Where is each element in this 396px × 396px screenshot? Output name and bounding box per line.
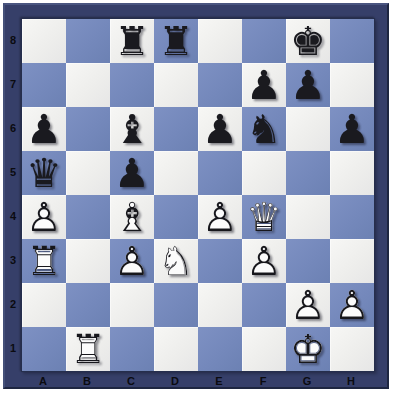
square-b3[interactable] — [66, 239, 110, 283]
square-d2[interactable] — [154, 283, 198, 327]
board-frame: 87654321 ♜♜♚♟♟♟♝♟♞♟♛♟♟♙♝♗♟♙♛♕♜♖♟♙♞♘♟♙♟♙♟… — [3, 3, 389, 389]
square-g7[interactable]: ♟ — [286, 63, 330, 107]
square-c3[interactable]: ♟♙ — [110, 239, 154, 283]
square-e2[interactable] — [198, 283, 242, 327]
chess-diagram: 87654321 ♜♜♚♟♟♟♝♟♞♟♛♟♟♙♝♗♟♙♛♕♜♖♟♙♞♘♟♙♟♙♟… — [0, 0, 396, 396]
square-a5[interactable]: ♛ — [22, 151, 66, 195]
piece-black-pawn-h6[interactable]: ♟ — [330, 107, 374, 151]
square-h3[interactable] — [330, 239, 374, 283]
square-g8[interactable]: ♚ — [286, 19, 330, 63]
piece-black-queen-a5[interactable]: ♛ — [22, 151, 66, 195]
square-b8[interactable] — [66, 19, 110, 63]
square-h7[interactable] — [330, 63, 374, 107]
piece-black-king-g8[interactable]: ♚ — [286, 19, 330, 63]
square-f7[interactable]: ♟ — [242, 63, 286, 107]
rank-label-3: 3 — [5, 238, 21, 282]
square-c2[interactable] — [110, 283, 154, 327]
rank-label-1: 1 — [5, 326, 21, 370]
square-e1[interactable] — [198, 327, 242, 371]
square-d5[interactable] — [154, 151, 198, 195]
piece-black-rook-d8[interactable]: ♜ — [154, 19, 198, 63]
square-c6[interactable]: ♝ — [110, 107, 154, 151]
piece-black-knight-f6[interactable]: ♞ — [242, 107, 286, 151]
square-a6[interactable]: ♟ — [22, 107, 66, 151]
piece-black-pawn-f7[interactable]: ♟ — [242, 63, 286, 107]
square-d6[interactable] — [154, 107, 198, 151]
piece-white-pawn-e4[interactable]: ♟♙ — [198, 195, 242, 239]
square-e6[interactable]: ♟ — [198, 107, 242, 151]
piece-black-pawn-a6[interactable]: ♟ — [22, 107, 66, 151]
piece-black-pawn-g7[interactable]: ♟ — [286, 63, 330, 107]
file-label-a: A — [21, 372, 65, 389]
square-g2[interactable]: ♟♙ — [286, 283, 330, 327]
piece-white-rook-a3[interactable]: ♜♖ — [22, 239, 66, 283]
square-a3[interactable]: ♜♖ — [22, 239, 66, 283]
square-f4[interactable]: ♛♕ — [242, 195, 286, 239]
square-c8[interactable]: ♜ — [110, 19, 154, 63]
square-e4[interactable]: ♟♙ — [198, 195, 242, 239]
square-e8[interactable] — [198, 19, 242, 63]
piece-white-pawn-f3[interactable]: ♟♙ — [242, 239, 286, 283]
square-h4[interactable] — [330, 195, 374, 239]
file-labels: ABCDEFGH — [21, 372, 373, 389]
square-g4[interactable] — [286, 195, 330, 239]
square-d1[interactable] — [154, 327, 198, 371]
square-b4[interactable] — [66, 195, 110, 239]
piece-white-king-g1[interactable]: ♚♔ — [286, 327, 330, 371]
piece-black-pawn-e6[interactable]: ♟ — [198, 107, 242, 151]
square-f6[interactable]: ♞ — [242, 107, 286, 151]
square-b7[interactable] — [66, 63, 110, 107]
square-c7[interactable] — [110, 63, 154, 107]
file-label-e: E — [197, 372, 241, 389]
square-c1[interactable] — [110, 327, 154, 371]
square-e3[interactable] — [198, 239, 242, 283]
file-label-c: C — [109, 372, 153, 389]
square-e7[interactable] — [198, 63, 242, 107]
square-h2[interactable]: ♟♙ — [330, 283, 374, 327]
chess-board: ♜♜♚♟♟♟♝♟♞♟♛♟♟♙♝♗♟♙♛♕♜♖♟♙♞♘♟♙♟♙♟♙♜♖♚♔ — [21, 18, 375, 372]
square-g5[interactable] — [286, 151, 330, 195]
square-b6[interactable] — [66, 107, 110, 151]
square-h6[interactable]: ♟ — [330, 107, 374, 151]
square-f2[interactable] — [242, 283, 286, 327]
square-e5[interactable] — [198, 151, 242, 195]
file-label-d: D — [153, 372, 197, 389]
square-c4[interactable]: ♝♗ — [110, 195, 154, 239]
piece-black-pawn-c5[interactable]: ♟ — [110, 151, 154, 195]
square-h1[interactable] — [330, 327, 374, 371]
piece-white-pawn-a4[interactable]: ♟♙ — [22, 195, 66, 239]
square-d8[interactable]: ♜ — [154, 19, 198, 63]
rank-label-6: 6 — [5, 106, 21, 150]
file-label-b: B — [65, 372, 109, 389]
square-f1[interactable] — [242, 327, 286, 371]
piece-white-bishop-c4[interactable]: ♝♗ — [110, 195, 154, 239]
piece-black-rook-c8[interactable]: ♜ — [110, 19, 154, 63]
square-b5[interactable] — [66, 151, 110, 195]
square-f8[interactable] — [242, 19, 286, 63]
file-label-f: F — [241, 372, 285, 389]
square-a1[interactable] — [22, 327, 66, 371]
square-a7[interactable] — [22, 63, 66, 107]
square-b2[interactable] — [66, 283, 110, 327]
square-f5[interactable] — [242, 151, 286, 195]
rank-label-2: 2 — [5, 282, 21, 326]
square-d3[interactable]: ♞♘ — [154, 239, 198, 283]
piece-black-bishop-c6[interactable]: ♝ — [110, 107, 154, 151]
square-g1[interactable]: ♚♔ — [286, 327, 330, 371]
square-d4[interactable] — [154, 195, 198, 239]
square-f3[interactable]: ♟♙ — [242, 239, 286, 283]
file-label-h: H — [329, 372, 373, 389]
rank-label-7: 7 — [5, 62, 21, 106]
piece-white-pawn-h2[interactable]: ♟♙ — [330, 283, 374, 327]
piece-white-rook-b1[interactable]: ♜♖ — [66, 327, 110, 371]
square-g3[interactable] — [286, 239, 330, 283]
square-a8[interactable] — [22, 19, 66, 63]
rank-label-8: 8 — [5, 18, 21, 62]
square-g6[interactable] — [286, 107, 330, 151]
file-label-g: G — [285, 372, 329, 389]
square-h8[interactable] — [330, 19, 374, 63]
square-a4[interactable]: ♟♙ — [22, 195, 66, 239]
square-c5[interactable]: ♟ — [110, 151, 154, 195]
piece-white-queen-f4[interactable]: ♛♕ — [242, 195, 286, 239]
rank-label-4: 4 — [5, 194, 21, 238]
piece-white-knight-d3[interactable]: ♞♘ — [154, 239, 198, 283]
square-h5[interactable] — [330, 151, 374, 195]
piece-white-pawn-g2[interactable]: ♟♙ — [286, 283, 330, 327]
square-a2[interactable] — [22, 283, 66, 327]
square-b1[interactable]: ♜♖ — [66, 327, 110, 371]
rank-label-5: 5 — [5, 150, 21, 194]
square-d7[interactable] — [154, 63, 198, 107]
rank-labels: 87654321 — [5, 18, 21, 370]
piece-white-pawn-c3[interactable]: ♟♙ — [110, 239, 154, 283]
